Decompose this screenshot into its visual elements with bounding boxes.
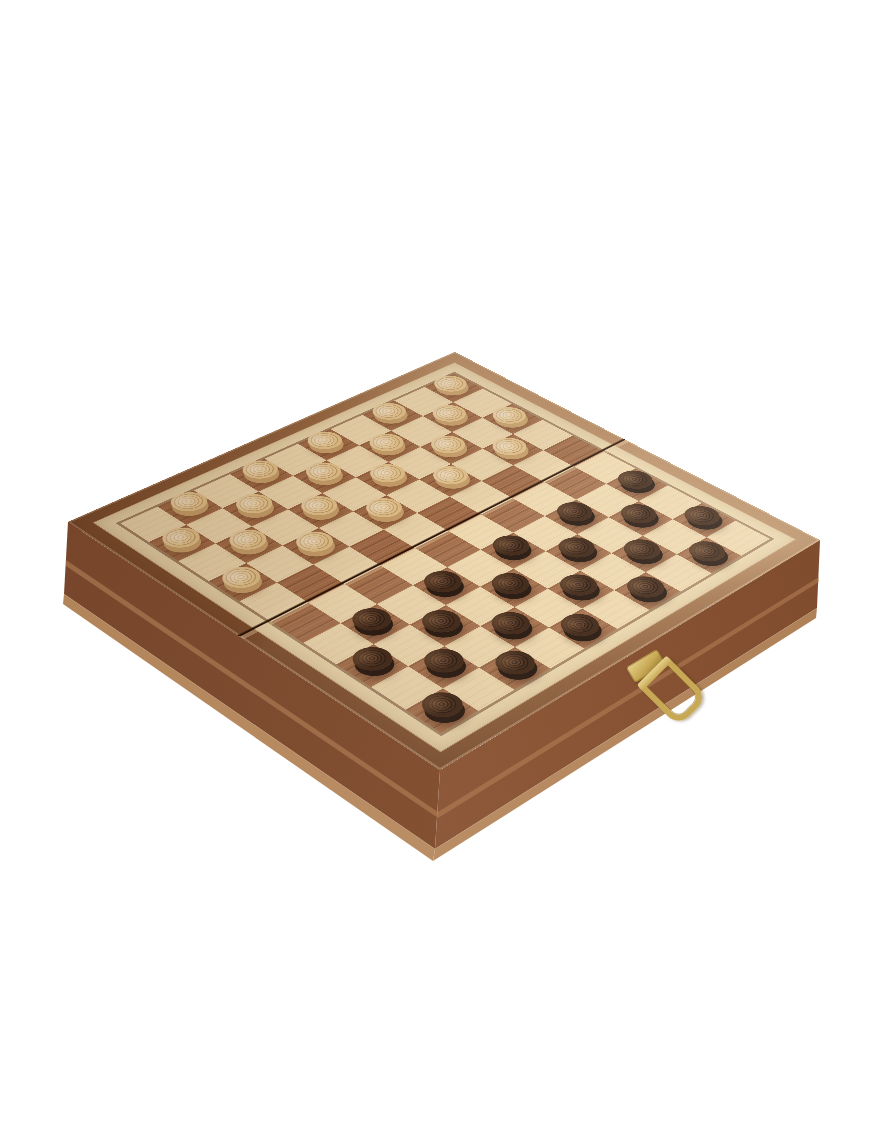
dark-man bbox=[485, 531, 536, 559]
light-man bbox=[365, 400, 412, 423]
light-man bbox=[424, 432, 472, 457]
dark-man bbox=[551, 533, 602, 561]
light-man bbox=[299, 459, 349, 485]
dark-man bbox=[484, 607, 538, 638]
light-man bbox=[229, 490, 280, 517]
dark-man bbox=[678, 502, 728, 529]
brass-clasp bbox=[600, 645, 720, 745]
light-man bbox=[426, 463, 475, 489]
light-man bbox=[426, 402, 473, 425]
dark-man bbox=[414, 688, 471, 723]
light-man bbox=[289, 528, 341, 556]
light-man bbox=[300, 428, 348, 453]
dark-man bbox=[620, 572, 672, 602]
dark-man bbox=[617, 535, 668, 563]
dark-man bbox=[414, 606, 468, 637]
dark-man bbox=[484, 568, 537, 598]
light-man bbox=[163, 488, 214, 515]
light-man bbox=[486, 434, 534, 459]
dark-man bbox=[614, 500, 664, 527]
light-man bbox=[235, 457, 285, 483]
light-man bbox=[428, 372, 474, 394]
dark-man bbox=[488, 646, 544, 679]
dark-man bbox=[344, 642, 400, 675]
dark-man bbox=[682, 537, 733, 565]
light-man bbox=[222, 526, 274, 554]
dark-man bbox=[416, 644, 472, 677]
dark-man bbox=[416, 567, 469, 597]
dark-man bbox=[552, 570, 605, 600]
light-man bbox=[486, 404, 533, 427]
light-man bbox=[214, 563, 268, 593]
light-man bbox=[294, 492, 345, 519]
light-man bbox=[362, 430, 410, 455]
dark-man bbox=[611, 467, 660, 493]
product-photo-canvas bbox=[0, 0, 870, 1131]
light-man bbox=[359, 494, 410, 521]
dark-man bbox=[344, 604, 399, 635]
dark-man bbox=[550, 498, 600, 525]
dark-man bbox=[554, 609, 608, 640]
light-man bbox=[363, 461, 412, 487]
light-man bbox=[154, 524, 206, 552]
